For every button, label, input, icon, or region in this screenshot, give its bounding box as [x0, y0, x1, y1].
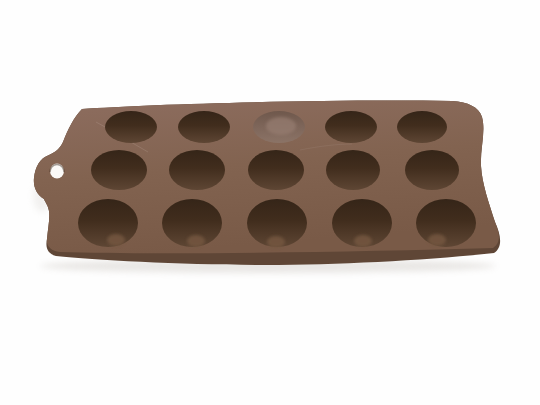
hang-tab-hole	[50, 164, 64, 179]
mold-cavity-r2c3	[248, 150, 304, 190]
mold-cavity-r2c5	[405, 150, 459, 190]
mold-cavity-r2c1	[91, 150, 147, 190]
cavity-floor-spot-r3c1	[107, 234, 125, 246]
chocolate-mold-photo	[0, 0, 540, 405]
mold-cavity-r3c5	[416, 199, 476, 247]
cavity-floor-spot-r3c4	[354, 235, 372, 247]
cavity-floor-spot-r3c3	[267, 236, 285, 248]
cavity-floor-spot-r3c5	[428, 234, 446, 246]
mold-cavity-r1c2	[178, 111, 230, 143]
mold-cavity-r1c1	[105, 111, 157, 143]
mold-cavity-r2c4	[326, 150, 380, 190]
cavity-floor-spot-r3c2	[187, 235, 205, 247]
mold-cavity-r1c5	[397, 111, 447, 143]
cavity-sheen-highlight	[266, 117, 296, 135]
mold-cavity-r2c2	[169, 150, 225, 190]
mold-cavity-r1c4	[325, 111, 377, 143]
product-photo	[0, 0, 540, 405]
